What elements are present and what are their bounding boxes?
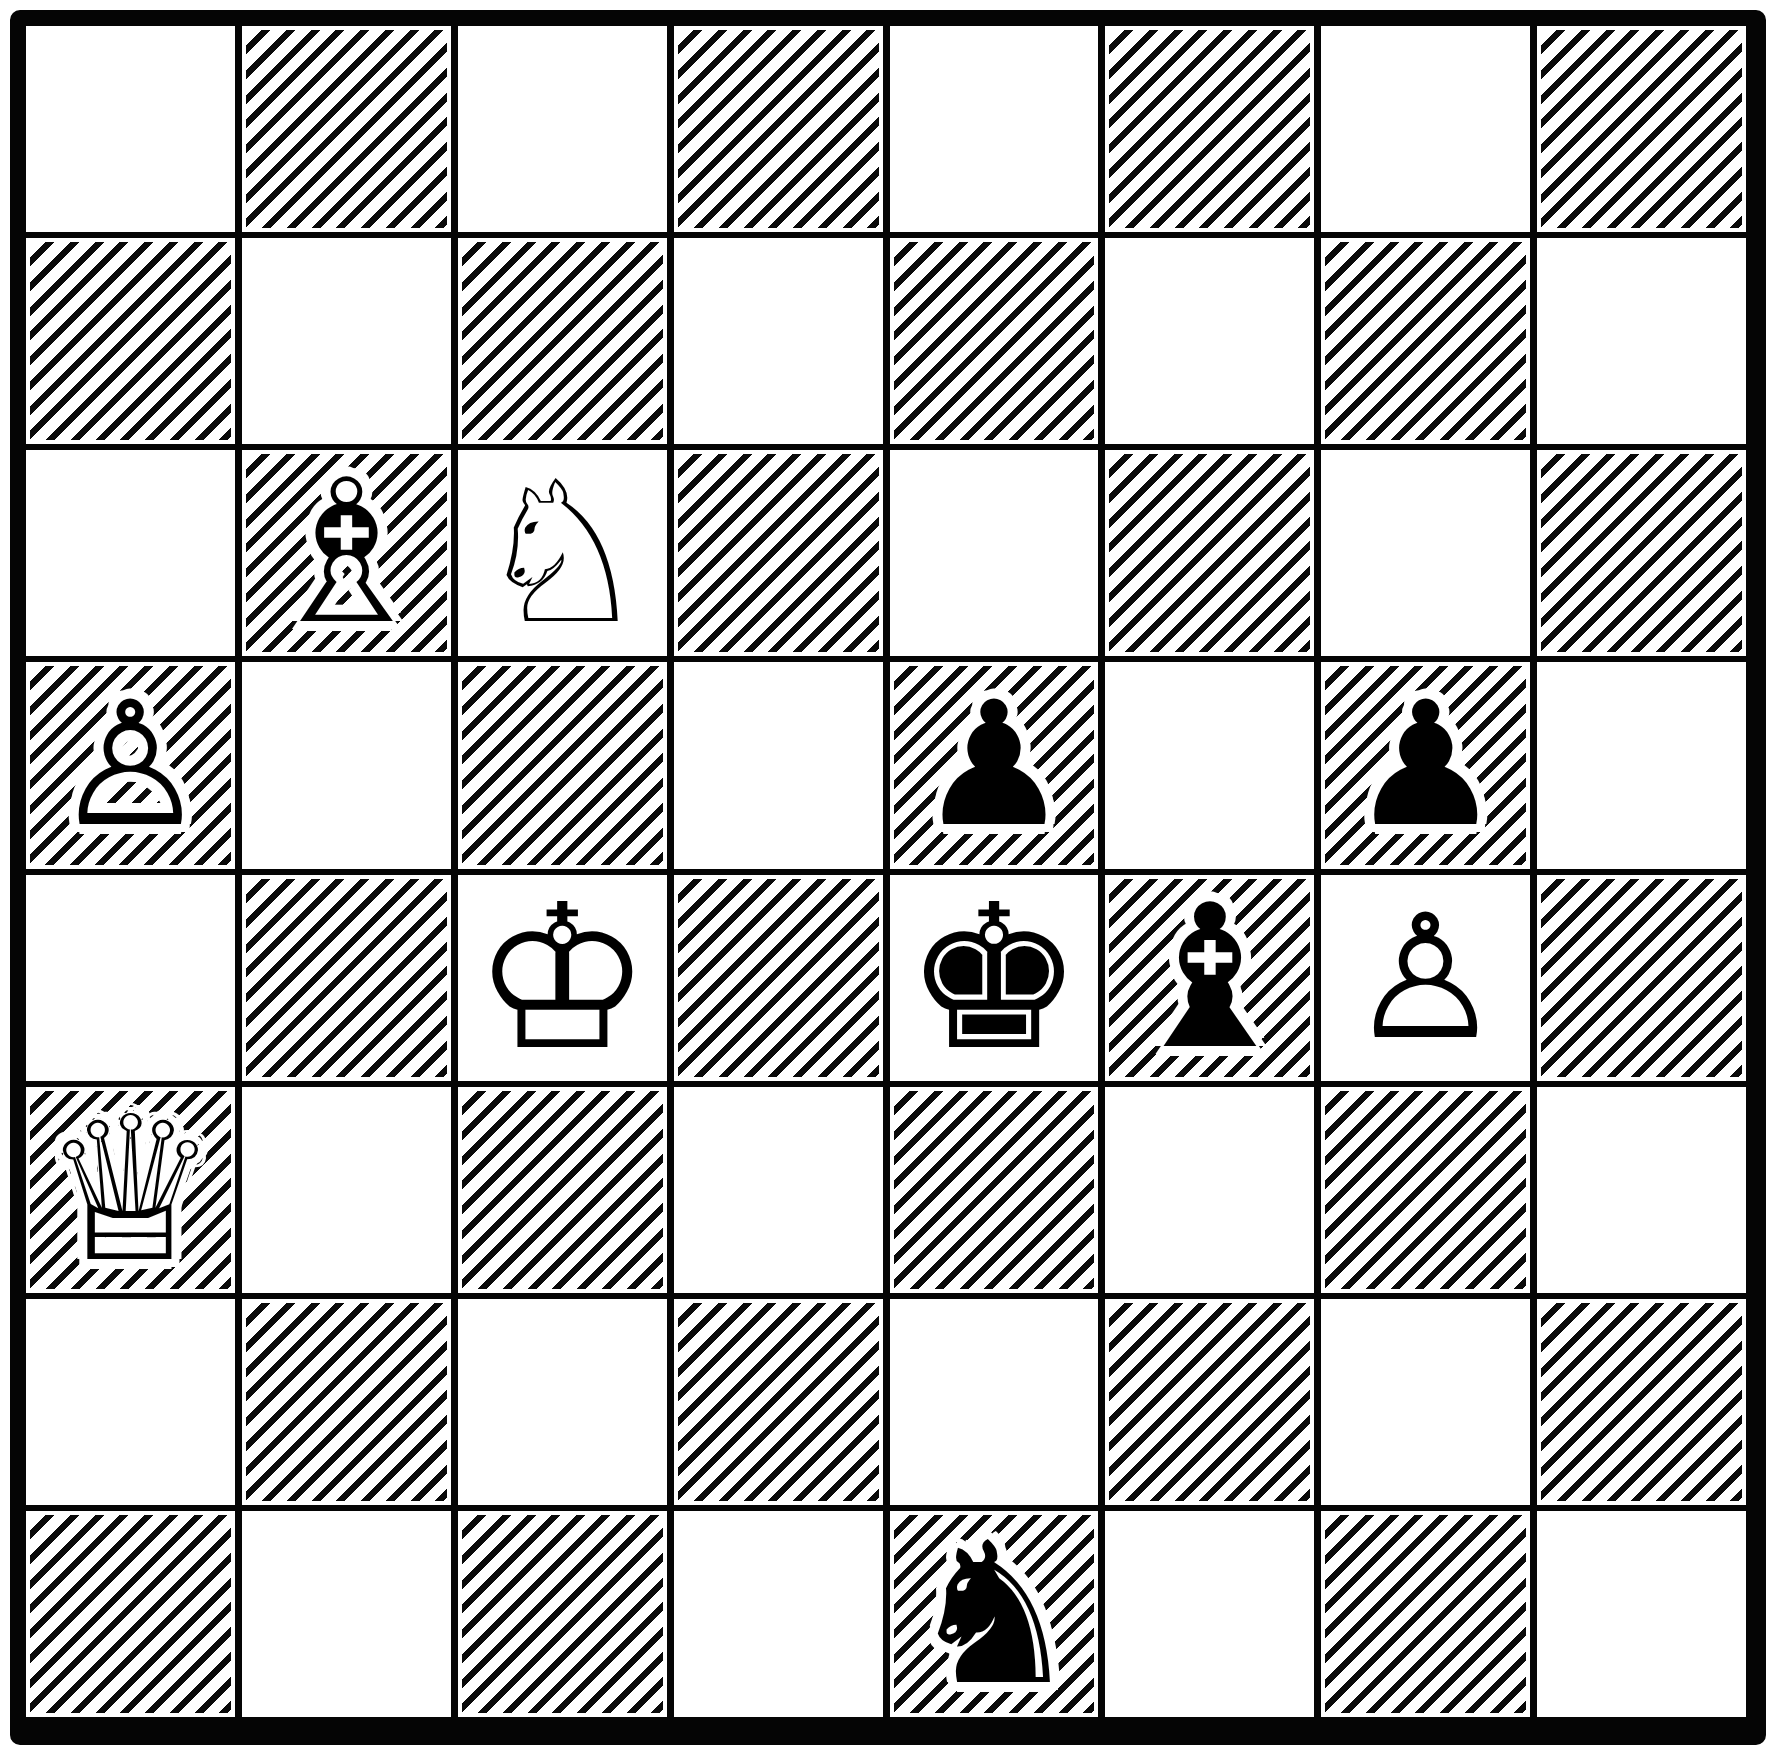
square-e4: ♚ xyxy=(890,875,1099,1081)
square-b7 xyxy=(242,238,451,444)
square-d1 xyxy=(674,1511,883,1717)
square-f7 xyxy=(1105,238,1314,444)
square-h5 xyxy=(1537,662,1746,868)
board-grid: ♗♘♙♟♟♔♚♝♙♕♞ xyxy=(26,26,1746,1717)
square-e1: ♞ xyxy=(890,1511,1099,1717)
square-a2 xyxy=(26,1299,235,1505)
square-d5 xyxy=(674,662,883,868)
square-h1 xyxy=(1537,1511,1746,1717)
black-knight: ♞ xyxy=(906,1516,1082,1712)
black-king: ♚ xyxy=(904,878,1083,1078)
square-c1 xyxy=(458,1511,667,1717)
square-b1 xyxy=(242,1511,451,1717)
square-b6: ♗ xyxy=(242,450,451,656)
square-c4: ♔ xyxy=(458,875,667,1081)
square-c5 xyxy=(458,662,667,868)
square-f2 xyxy=(1105,1299,1314,1505)
square-b4 xyxy=(242,875,451,1081)
square-a5: ♙ xyxy=(26,662,235,868)
square-a7 xyxy=(26,238,235,444)
square-d6 xyxy=(674,450,883,656)
square-g1 xyxy=(1321,1511,1530,1717)
square-e7 xyxy=(890,238,1099,444)
square-g4: ♙ xyxy=(1321,875,1530,1081)
square-f1 xyxy=(1105,1511,1314,1717)
square-d7 xyxy=(674,238,883,444)
square-h3 xyxy=(1537,1087,1746,1293)
square-b8 xyxy=(242,26,451,232)
square-f3 xyxy=(1105,1087,1314,1293)
square-a4 xyxy=(26,875,235,1081)
square-c2 xyxy=(458,1299,667,1505)
square-a6 xyxy=(26,450,235,656)
square-g6 xyxy=(1321,450,1530,656)
square-e6 xyxy=(890,450,1099,656)
square-f4: ♝ xyxy=(1105,875,1314,1081)
square-b5 xyxy=(242,662,451,868)
square-d2 xyxy=(674,1299,883,1505)
white-queen: ♕ xyxy=(41,1090,220,1290)
square-e5: ♟ xyxy=(890,662,1099,868)
chess-diagram: ♗♘♙♟♟♔♚♝♙♕♞ xyxy=(0,0,1776,1755)
square-h4 xyxy=(1537,875,1746,1081)
square-g8 xyxy=(1321,26,1530,232)
square-h7 xyxy=(1537,238,1746,444)
square-b2 xyxy=(242,1299,451,1505)
board-frame: ♗♘♙♟♟♔♚♝♙♕♞ xyxy=(10,10,1766,1745)
square-c8 xyxy=(458,26,667,232)
white-king: ♔ xyxy=(473,878,652,1078)
square-h8 xyxy=(1537,26,1746,232)
square-d4 xyxy=(674,875,883,1081)
square-g7 xyxy=(1321,238,1530,444)
square-a1 xyxy=(26,1511,235,1717)
square-e3 xyxy=(890,1087,1099,1293)
square-g2 xyxy=(1321,1299,1530,1505)
square-e8 xyxy=(890,26,1099,232)
square-h6 xyxy=(1537,450,1746,656)
square-a3: ♕ xyxy=(26,1087,235,1293)
white-bishop: ♗ xyxy=(258,454,436,652)
square-f5 xyxy=(1105,662,1314,868)
square-f6 xyxy=(1105,450,1314,656)
black-bishop: ♝ xyxy=(1121,879,1299,1077)
square-g3 xyxy=(1321,1087,1530,1293)
square-h2 xyxy=(1537,1299,1746,1505)
square-d3 xyxy=(674,1087,883,1293)
square-f8 xyxy=(1105,26,1314,232)
square-a8 xyxy=(26,26,235,232)
black-pawn: ♟ xyxy=(1349,679,1503,851)
square-e2 xyxy=(890,1299,1099,1505)
square-g5: ♟ xyxy=(1321,662,1530,868)
square-c3 xyxy=(458,1087,667,1293)
square-d8 xyxy=(674,26,883,232)
square-b3 xyxy=(242,1087,451,1293)
white-knight: ♘ xyxy=(474,455,650,651)
white-pawn: ♙ xyxy=(53,679,207,851)
white-pawn: ♙ xyxy=(1349,892,1503,1064)
square-c6: ♘ xyxy=(458,450,667,656)
square-c7 xyxy=(458,238,667,444)
black-pawn: ♟ xyxy=(917,679,1071,851)
